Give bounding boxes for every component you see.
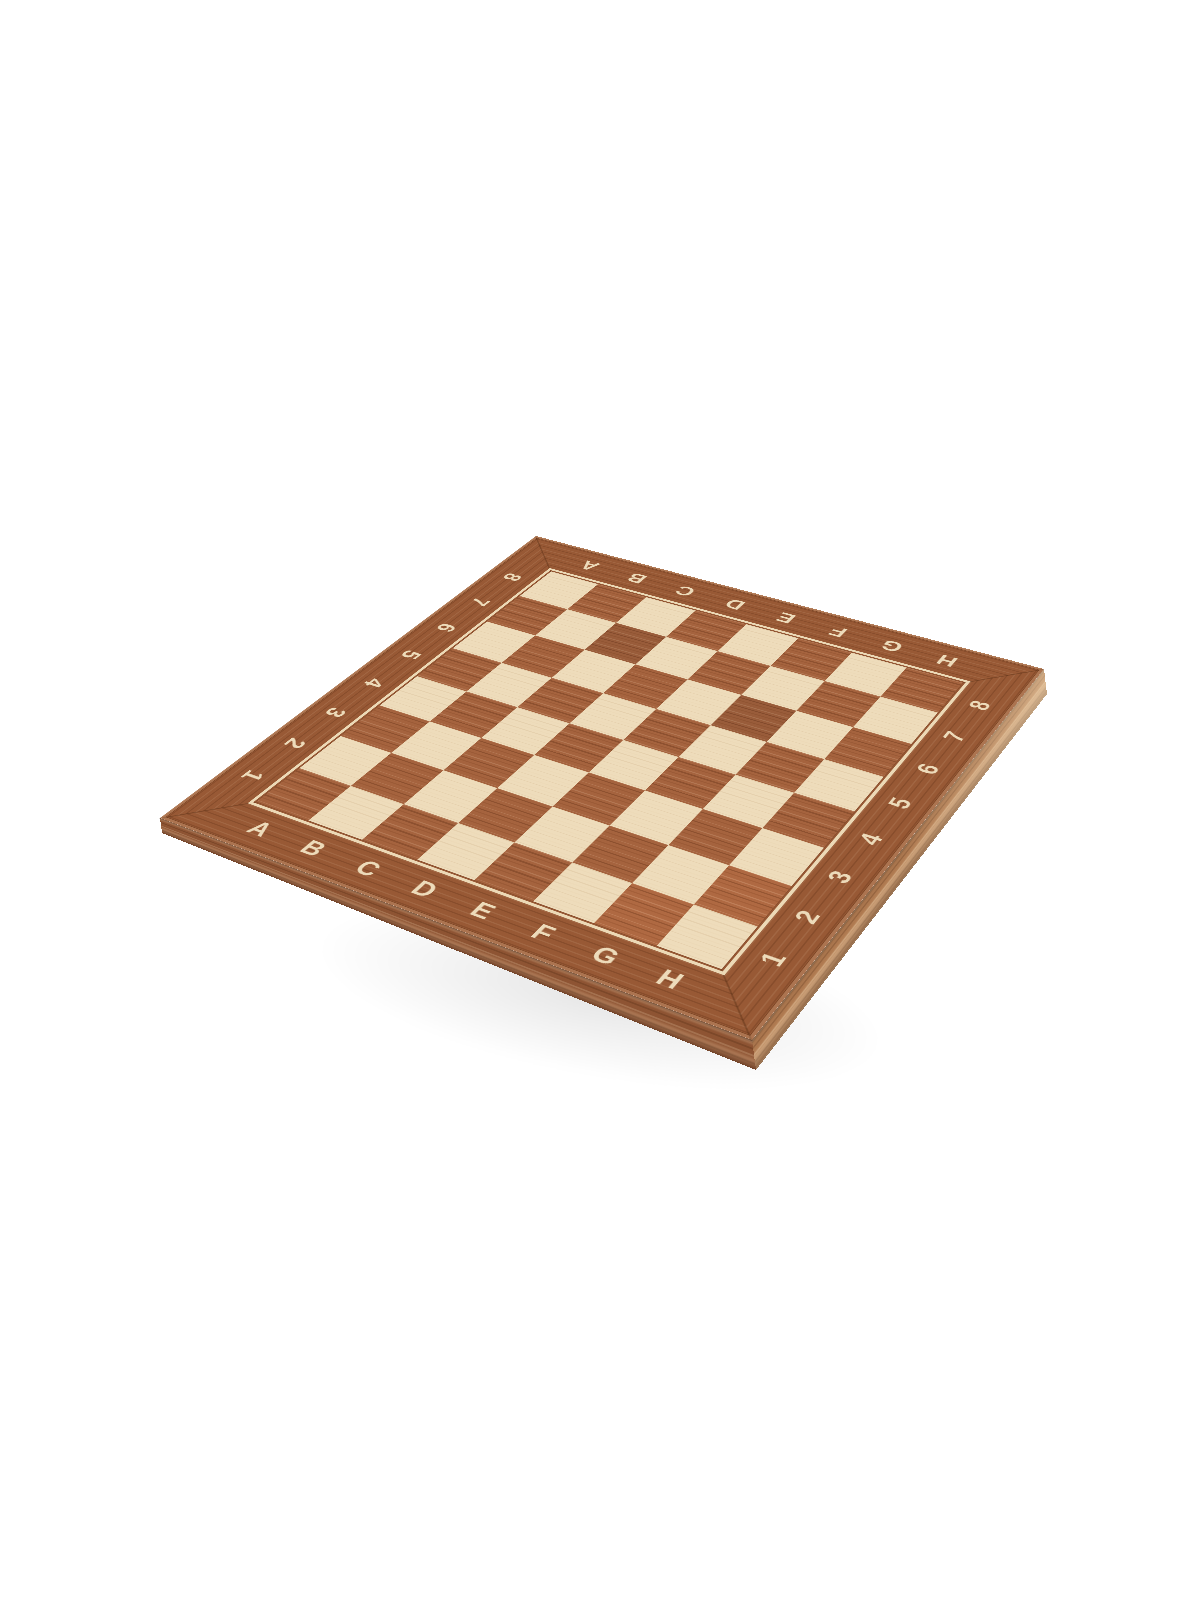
product-photo-scene: ABCDEFGHABCDEFGH8765432187654321: [0, 0, 1200, 1600]
